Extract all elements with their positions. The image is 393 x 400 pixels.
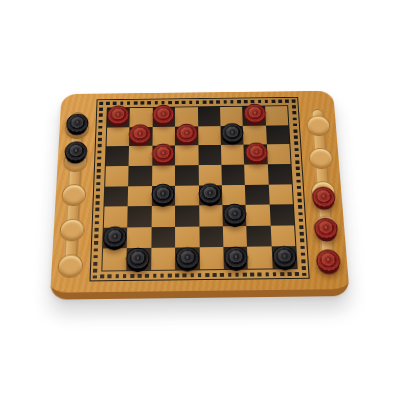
red-piece-r1c7[interactable]: [243, 104, 266, 123]
black-piece-r2c6[interactable]: [221, 123, 244, 143]
product-photo: [0, 0, 393, 400]
tray-scallop: [60, 220, 83, 241]
tray-scallop: [309, 149, 332, 168]
black-piece-r5c5[interactable]: [199, 183, 222, 204]
black-piece-r6c6[interactable]: [223, 203, 247, 224]
red-piece-r3c3[interactable]: [152, 144, 175, 164]
tray-right: [306, 107, 342, 270]
checkers-board: [50, 91, 350, 300]
tray-scallop: [58, 255, 82, 277]
board-perspective-wrap: [50, 91, 350, 300]
black-piece-r5c3[interactable]: [151, 184, 174, 205]
captured-red-piece[interactable]: [311, 187, 336, 208]
black-piece-r7c1[interactable]: [102, 226, 126, 248]
red-piece-r1c1[interactable]: [107, 106, 130, 125]
tray-scallop: [307, 116, 330, 135]
checkered-inlay-top: [99, 99, 295, 105]
red-piece-r2c2[interactable]: [129, 124, 152, 144]
red-piece-r1c3[interactable]: [152, 105, 174, 124]
tray-scallop: [62, 185, 85, 205]
checkered-inlay-bottom: [93, 272, 307, 279]
pieces-layer: [101, 105, 297, 271]
black-piece-r8c4[interactable]: [175, 247, 199, 269]
red-piece-r2c4[interactable]: [175, 124, 197, 144]
tray-left: [58, 110, 90, 273]
black-piece-r8c6[interactable]: [224, 246, 248, 268]
red-piece-r3c7[interactable]: [244, 142, 267, 162]
black-piece-r8c2[interactable]: [126, 247, 150, 269]
captured-red-piece[interactable]: [316, 249, 341, 271]
decorative-frame: [89, 97, 309, 282]
black-piece-r8c8[interactable]: [272, 245, 297, 267]
captured-red-piece[interactable]: [313, 217, 338, 239]
